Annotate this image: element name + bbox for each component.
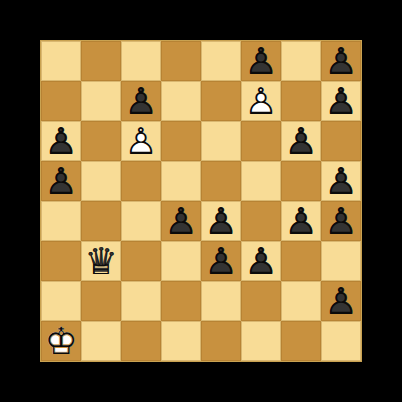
black-pawn-outline: ♙ bbox=[321, 201, 361, 241]
black-pawn-outline: ♙ bbox=[201, 241, 241, 281]
black-pawn-f3[interactable]: ♟♙ bbox=[241, 241, 281, 281]
square-g6[interactable]: ♟♙ bbox=[281, 121, 321, 161]
square-f8[interactable]: ♟♙ bbox=[241, 41, 281, 81]
square-d2[interactable] bbox=[161, 281, 201, 321]
black-pawn-outline: ♙ bbox=[281, 121, 321, 161]
square-f6[interactable] bbox=[241, 121, 281, 161]
square-a1[interactable]: ♚♔ bbox=[41, 321, 81, 361]
black-pawn-e3[interactable]: ♟♙ bbox=[201, 241, 241, 281]
square-b8[interactable] bbox=[81, 41, 121, 81]
square-e8[interactable] bbox=[201, 41, 241, 81]
black-pawn-h8[interactable]: ♟♙ bbox=[321, 41, 361, 81]
white-king-a1[interactable]: ♚♔ bbox=[41, 321, 81, 361]
black-pawn-outline: ♙ bbox=[321, 161, 361, 201]
square-c7[interactable]: ♟♙ bbox=[121, 81, 161, 121]
square-a5[interactable]: ♟♙ bbox=[41, 161, 81, 201]
square-c3[interactable] bbox=[121, 241, 161, 281]
white-pawn-f7[interactable]: ♟♙ bbox=[241, 81, 281, 121]
black-pawn-outline: ♙ bbox=[321, 41, 361, 81]
square-g8[interactable] bbox=[281, 41, 321, 81]
square-a3[interactable] bbox=[41, 241, 81, 281]
black-pawn-outline: ♙ bbox=[201, 201, 241, 241]
black-pawn-d4[interactable]: ♟♙ bbox=[161, 201, 201, 241]
black-pawn-h4[interactable]: ♟♙ bbox=[321, 201, 361, 241]
square-d3[interactable] bbox=[161, 241, 201, 281]
square-e6[interactable] bbox=[201, 121, 241, 161]
square-e3[interactable]: ♟♙ bbox=[201, 241, 241, 281]
square-e4[interactable]: ♟♙ bbox=[201, 201, 241, 241]
square-g5[interactable] bbox=[281, 161, 321, 201]
square-h5[interactable]: ♟♙ bbox=[321, 161, 361, 201]
chess-diagram: ♟♙♟♙♟♙♟♙♟♙♟♙♟♙♟♙♟♙♟♙♟♙♟♙♟♙♟♙♛♕♟♙♟♙♟♙♚♔ bbox=[0, 0, 402, 402]
square-d6[interactable] bbox=[161, 121, 201, 161]
chessboard: ♟♙♟♙♟♙♟♙♟♙♟♙♟♙♟♙♟♙♟♙♟♙♟♙♟♙♟♙♛♕♟♙♟♙♟♙♚♔ bbox=[40, 40, 362, 362]
square-a2[interactable] bbox=[41, 281, 81, 321]
black-pawn-g6[interactable]: ♟♙ bbox=[281, 121, 321, 161]
black-pawn-outline: ♙ bbox=[321, 281, 361, 321]
square-h8[interactable]: ♟♙ bbox=[321, 41, 361, 81]
square-d4[interactable]: ♟♙ bbox=[161, 201, 201, 241]
black-pawn-h7[interactable]: ♟♙ bbox=[321, 81, 361, 121]
square-a8[interactable] bbox=[41, 41, 81, 81]
square-e7[interactable] bbox=[201, 81, 241, 121]
white-king-outline: ♔ bbox=[41, 321, 81, 361]
square-f4[interactable] bbox=[241, 201, 281, 241]
square-b7[interactable] bbox=[81, 81, 121, 121]
square-g2[interactable] bbox=[281, 281, 321, 321]
black-pawn-outline: ♙ bbox=[241, 241, 281, 281]
square-c2[interactable] bbox=[121, 281, 161, 321]
square-a7[interactable] bbox=[41, 81, 81, 121]
square-h7[interactable]: ♟♙ bbox=[321, 81, 361, 121]
square-c4[interactable] bbox=[121, 201, 161, 241]
black-pawn-h2[interactable]: ♟♙ bbox=[321, 281, 361, 321]
square-a6[interactable]: ♟♙ bbox=[41, 121, 81, 161]
square-b6[interactable] bbox=[81, 121, 121, 161]
black-pawn-a5[interactable]: ♟♙ bbox=[41, 161, 81, 201]
square-h6[interactable] bbox=[321, 121, 361, 161]
square-f2[interactable] bbox=[241, 281, 281, 321]
white-pawn-outline: ♙ bbox=[121, 121, 161, 161]
black-pawn-c7[interactable]: ♟♙ bbox=[121, 81, 161, 121]
square-a4[interactable] bbox=[41, 201, 81, 241]
square-f5[interactable] bbox=[241, 161, 281, 201]
black-pawn-outline: ♙ bbox=[121, 81, 161, 121]
white-pawn-outline: ♙ bbox=[241, 81, 281, 121]
square-h1[interactable] bbox=[321, 321, 361, 361]
square-g7[interactable] bbox=[281, 81, 321, 121]
black-pawn-h5[interactable]: ♟♙ bbox=[321, 161, 361, 201]
square-b5[interactable] bbox=[81, 161, 121, 201]
black-pawn-outline: ♙ bbox=[161, 201, 201, 241]
black-pawn-outline: ♙ bbox=[281, 201, 321, 241]
square-c5[interactable] bbox=[121, 161, 161, 201]
square-b2[interactable] bbox=[81, 281, 121, 321]
square-f3[interactable]: ♟♙ bbox=[241, 241, 281, 281]
black-pawn-outline: ♙ bbox=[241, 41, 281, 81]
square-h3[interactable] bbox=[321, 241, 361, 281]
square-e1[interactable] bbox=[201, 321, 241, 361]
black-pawn-outline: ♙ bbox=[321, 81, 361, 121]
black-pawn-outline: ♙ bbox=[41, 161, 81, 201]
square-d1[interactable] bbox=[161, 321, 201, 361]
square-e5[interactable] bbox=[201, 161, 241, 201]
square-e2[interactable] bbox=[201, 281, 241, 321]
black-queen-outline: ♕ bbox=[81, 241, 121, 281]
square-g3[interactable] bbox=[281, 241, 321, 281]
square-b3[interactable]: ♛♕ bbox=[81, 241, 121, 281]
square-f1[interactable] bbox=[241, 321, 281, 361]
black-pawn-e4[interactable]: ♟♙ bbox=[201, 201, 241, 241]
square-d8[interactable] bbox=[161, 41, 201, 81]
white-pawn-c6[interactable]: ♟♙ bbox=[121, 121, 161, 161]
square-c8[interactable] bbox=[121, 41, 161, 81]
black-queen-b3[interactable]: ♛♕ bbox=[81, 241, 121, 281]
square-g4[interactable]: ♟♙ bbox=[281, 201, 321, 241]
black-pawn-f8[interactable]: ♟♙ bbox=[241, 41, 281, 81]
square-b4[interactable] bbox=[81, 201, 121, 241]
square-b1[interactable] bbox=[81, 321, 121, 361]
square-c1[interactable] bbox=[121, 321, 161, 361]
square-g1[interactable] bbox=[281, 321, 321, 361]
black-pawn-a6[interactable]: ♟♙ bbox=[41, 121, 81, 161]
square-c6[interactable]: ♟♙ bbox=[121, 121, 161, 161]
square-f7[interactable]: ♟♙ bbox=[241, 81, 281, 121]
black-pawn-outline: ♙ bbox=[41, 121, 81, 161]
square-h2[interactable]: ♟♙ bbox=[321, 281, 361, 321]
square-d5[interactable] bbox=[161, 161, 201, 201]
black-pawn-g4[interactable]: ♟♙ bbox=[281, 201, 321, 241]
square-d7[interactable] bbox=[161, 81, 201, 121]
square-h4[interactable]: ♟♙ bbox=[321, 201, 361, 241]
